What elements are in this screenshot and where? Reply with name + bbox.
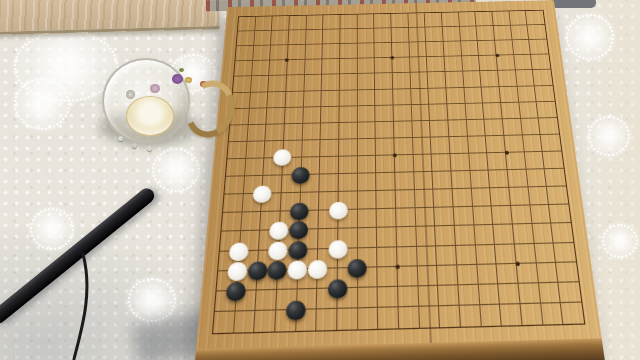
bead-trim [118, 136, 123, 141]
stone-black-E2[interactable] [286, 301, 306, 321]
gray-object [550, 0, 596, 8]
lace-doily [14, 78, 70, 130]
stone-black-G3[interactable] [327, 279, 347, 299]
wood-panel [0, 0, 219, 35]
stone-black-E9[interactable] [291, 167, 310, 184]
stone-black-D4[interactable] [267, 261, 287, 280]
star-point [515, 262, 520, 266]
lace-doily [30, 208, 74, 250]
stone-white-D6[interactable] [269, 222, 289, 240]
flower-charm [126, 90, 135, 99]
green-bead [179, 68, 184, 72]
lace-doily [602, 224, 638, 258]
stone-white-G5[interactable] [328, 240, 347, 259]
photo-scene [0, 0, 640, 360]
gold-bead [185, 77, 192, 83]
stone-black-C4[interactable] [247, 261, 267, 280]
stone-black-H4[interactable] [348, 259, 367, 278]
stone-white-F4[interactable] [308, 260, 328, 279]
stone-black-B3[interactable] [225, 282, 246, 302]
lace-doily [588, 116, 630, 156]
teacup-base [126, 96, 174, 136]
star-point [390, 56, 394, 59]
star-point [285, 58, 289, 61]
stone-black-E5[interactable] [288, 241, 308, 260]
bead-trim [147, 146, 152, 151]
glass-teacup [90, 52, 235, 157]
star-point [393, 153, 397, 157]
lace-doily [128, 278, 176, 322]
stone-white-D5[interactable] [268, 241, 288, 260]
flower-charm [150, 84, 160, 93]
go-board[interactable] [194, 0, 605, 360]
star-point [395, 265, 399, 269]
star-point [504, 151, 508, 155]
stone-white-D10[interactable] [273, 150, 292, 167]
stone-white-G7[interactable] [329, 202, 348, 220]
board-intersections[interactable] [200, 2, 597, 345]
star-point [495, 53, 499, 56]
lace-doily [566, 14, 614, 60]
purple-flower [172, 74, 183, 84]
stone-white-E4[interactable] [287, 260, 307, 279]
stone-black-E6[interactable] [289, 221, 308, 239]
stone-black-E7[interactable] [290, 203, 309, 221]
bead-trim [132, 143, 137, 148]
stone-white-B5[interactable] [228, 242, 248, 261]
stone-white-C8[interactable] [252, 185, 271, 202]
stone-white-B4[interactable] [227, 262, 248, 281]
